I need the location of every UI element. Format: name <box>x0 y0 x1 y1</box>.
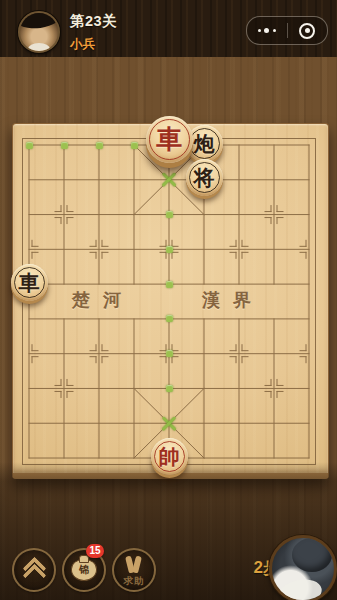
player-avatar <box>18 11 60 53</box>
player-rank: 小兵 <box>70 36 117 53</box>
opponent-avatar <box>269 535 337 600</box>
piece-character: 車 <box>19 272 40 293</box>
piece-black-chariot[interactable]: 車 <box>11 264 48 301</box>
hint-count-badge: 15 <box>86 544 104 558</box>
dot-icon <box>264 28 269 33</box>
close-circle-button[interactable] <box>288 17 328 44</box>
ask-help-button[interactable]: 求助 <box>112 548 156 592</box>
praying-hands-icon <box>114 556 154 574</box>
piece-character: 将 <box>194 167 215 188</box>
piece-character: 炮 <box>194 133 215 154</box>
more-menu-button[interactable] <box>247 17 287 44</box>
dot-icon <box>258 29 261 32</box>
piece-character: 車 <box>156 126 182 152</box>
top-bar: 第23关 小兵 <box>0 0 337 57</box>
piece-character: 帥 <box>159 446 180 467</box>
piece-red-chariot[interactable]: 車 <box>146 116 193 163</box>
wechat-capsule <box>246 16 328 45</box>
level-title: 第23关 <box>70 12 117 31</box>
collapse-button[interactable] <box>12 548 56 592</box>
app-screen: 楚河 漢界 車炮将車帥 第23关 小兵 锦 15 <box>0 0 337 600</box>
dot-icon <box>273 29 276 32</box>
help-label: 求助 <box>114 575 154 588</box>
piece-black-general[interactable]: 将 <box>186 159 223 196</box>
target-circle-icon <box>299 23 315 39</box>
money-bag-icon: 锦 <box>71 559 97 581</box>
title-block: 第23关 小兵 <box>70 12 117 53</box>
piece-red-general[interactable]: 帥 <box>151 438 188 475</box>
